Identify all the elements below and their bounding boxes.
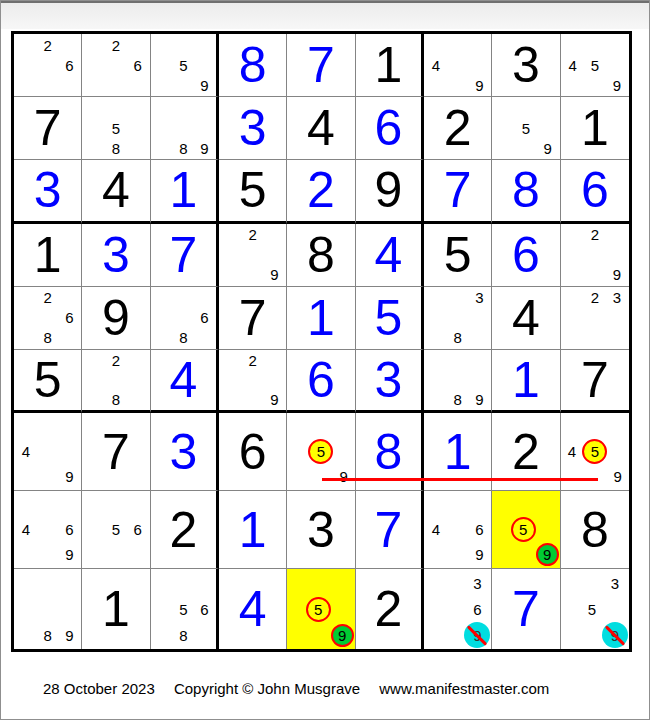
cell-r8c4[interactable]: 1 — [219, 491, 287, 569]
pencil-slot: 2 — [242, 225, 264, 245]
pencil-slot — [15, 542, 37, 567]
pencil-slot — [582, 464, 607, 489]
pencil-slot — [445, 570, 465, 596]
cell-r1c7[interactable]: 49 — [424, 34, 492, 97]
candidate-elim-cyan[interactable]: 9 — [602, 622, 628, 648]
cell-r3c9[interactable]: 6 — [561, 160, 629, 223]
pencil-slot — [562, 265, 584, 285]
candidate[interactable]: 5 — [179, 602, 187, 617]
candidate[interactable]: 4 — [22, 522, 30, 537]
pencil-slot — [15, 492, 37, 517]
pencil-slot — [447, 35, 469, 55]
candidate[interactable]: 2 — [248, 227, 256, 242]
pencil-slot — [308, 464, 333, 489]
pencil-slot — [447, 308, 469, 328]
pencil-slot — [152, 75, 173, 95]
pencil-slot — [105, 492, 127, 517]
pencil-slot: 4 — [15, 517, 37, 542]
cell-r2c9[interactable]: 1 — [561, 97, 629, 160]
cell-r2c3[interactable]: 89 — [151, 97, 219, 160]
cell-r4c2[interactable]: 3 — [82, 224, 150, 287]
candidate[interactable]: 8 — [43, 330, 51, 345]
pencil-slot — [264, 370, 286, 389]
pencil-slot: 9 — [464, 622, 490, 648]
cell-r1c2[interactable]: 26 — [82, 34, 150, 97]
cell-r8c3[interactable]: 2 — [151, 491, 219, 569]
cell-r4c3[interactable]: 7 — [151, 224, 219, 287]
given-digit: 1 — [374, 40, 402, 90]
pencil-slot: 8 — [105, 138, 127, 158]
cell-r4c6[interactable]: 4 — [356, 224, 424, 287]
candidate[interactable]: 8 — [112, 392, 120, 407]
solved-digit: 3 — [169, 427, 197, 477]
pencil-slot — [15, 35, 37, 55]
cell-r6c8[interactable]: 1 — [492, 350, 560, 413]
given-digit: 8 — [307, 230, 335, 280]
pencil-slot — [37, 517, 59, 542]
cell-r9c4[interactable]: 4 — [219, 569, 287, 649]
pencil-slot: 5 — [105, 118, 127, 138]
pencil-slot — [447, 288, 469, 308]
candidate[interactable]: 3 — [613, 290, 621, 305]
pencil-slot — [469, 55, 491, 75]
candidate[interactable]: 8 — [179, 628, 187, 643]
cell-r9c6[interactable]: 2 — [356, 569, 424, 649]
cell-r2c6[interactable]: 6 — [356, 97, 424, 160]
cell-r3c5[interactable]: 2 — [287, 160, 355, 223]
pencil-slot — [469, 308, 491, 328]
solved-digit: 7 — [512, 584, 540, 634]
pencil-slot — [425, 492, 447, 517]
candidate-circle-green[interactable]: 9 — [331, 624, 354, 647]
pencil-slot — [59, 492, 81, 517]
pencil-slot — [447, 55, 469, 75]
solved-digit: 8 — [239, 40, 267, 90]
pencil-slot — [606, 35, 628, 55]
pencil-slot: 2 — [105, 351, 127, 370]
pencil-slot: 3 — [602, 570, 628, 596]
pencil-slot — [105, 75, 127, 95]
cell-r4c8[interactable]: 6 — [492, 224, 560, 287]
pencil-slot — [37, 570, 59, 596]
cell-r2c5[interactable]: 4 — [287, 97, 355, 160]
candidate[interactable]: 8 — [43, 628, 51, 643]
pencil-slot — [173, 75, 194, 95]
candidate[interactable]: 9 — [270, 392, 278, 407]
candidate[interactable]: 6 — [200, 602, 208, 617]
candidate[interactable]: 4 — [22, 444, 30, 459]
pencil-slot — [127, 138, 149, 158]
candidate[interactable]: 3 — [473, 576, 481, 591]
pencil-slot: 8 — [37, 622, 59, 648]
pencil-slot — [537, 118, 559, 138]
cell-r1c6[interactable]: 1 — [356, 34, 424, 97]
candidate[interactable]: 4 — [432, 522, 440, 537]
candidate[interactable]: 3 — [611, 576, 619, 591]
cell-r2c8[interactable]: 59 — [492, 97, 560, 160]
candidate[interactable]: 6 — [200, 310, 208, 325]
pencil-slot — [562, 75, 584, 95]
candidate[interactable]: 2 — [112, 38, 120, 53]
pencil-slot — [582, 622, 602, 648]
solved-digit: 7 — [307, 40, 335, 90]
cell-r1c9[interactable]: 459 — [561, 34, 629, 97]
candidate[interactable]: 4 — [432, 58, 440, 73]
pencil-slot — [37, 439, 59, 464]
candidate[interactable]: 9 — [544, 141, 552, 156]
cell-r5c8[interactable]: 4 — [492, 287, 560, 350]
candidate[interactable]: 8 — [179, 330, 187, 345]
cell-r9c7[interactable]: 369 — [424, 569, 492, 649]
pencil-slot — [127, 118, 149, 138]
pencil-slot — [15, 622, 37, 648]
cell-r5c2[interactable]: 9 — [82, 287, 150, 350]
given-digit: 5 — [239, 165, 267, 215]
given-digit: 7 — [239, 293, 267, 343]
cell-r2c1[interactable]: 7 — [14, 97, 82, 160]
pencil-slot: 2 — [584, 225, 606, 245]
pencil-slot — [242, 245, 264, 265]
candidate[interactable]: 8 — [179, 141, 187, 156]
pencil-slot: 2 — [37, 35, 59, 55]
solved-digit: 6 — [374, 103, 402, 153]
cell-r8c2[interactable]: 56 — [82, 491, 150, 569]
pencil-slot — [242, 370, 264, 389]
cell-r5c7[interactable]: 38 — [424, 287, 492, 350]
cell-r6c5[interactable]: 6 — [287, 350, 355, 413]
cell-r8c6[interactable]: 7 — [356, 491, 424, 569]
candidate[interactable]: 9 — [475, 78, 483, 93]
pencil-slot — [469, 492, 491, 517]
cell-r4c4[interactable]: 29 — [219, 224, 287, 287]
cell-r2c7[interactable]: 2 — [424, 97, 492, 160]
pencil-slot: 6 — [469, 517, 491, 542]
pencil-slot — [493, 492, 510, 517]
pencil-slot: 9 — [264, 265, 286, 285]
pencil-slot — [194, 622, 215, 648]
cell-r2c4[interactable]: 3 — [219, 97, 287, 160]
candidate[interactable]: 5 — [591, 58, 599, 73]
cell-r4c5[interactable]: 8 — [287, 224, 355, 287]
candidate-circle-yellow[interactable]: 5 — [308, 439, 333, 464]
cell-r8c1[interactable]: 469 — [14, 491, 82, 569]
given-digit: 5 — [34, 355, 62, 405]
candidate[interactable]: 9 — [65, 628, 73, 643]
candidate-circle-red[interactable]: 5 — [511, 517, 536, 542]
candidate[interactable]: 2 — [43, 290, 51, 305]
pencil-slot — [152, 328, 173, 348]
candidate[interactable]: 6 — [65, 522, 73, 537]
pencil-slot — [306, 570, 331, 596]
candidate[interactable]: 9 — [65, 547, 73, 562]
cell-r7c1[interactable]: 49 — [14, 413, 82, 491]
given-digit: 9 — [102, 293, 130, 343]
pencil-slot: 5 — [173, 596, 194, 622]
pencil-slot: 2 — [37, 288, 59, 308]
candidate-circle-yellow[interactable]: 5 — [582, 439, 607, 464]
pencil-slot — [37, 492, 59, 517]
candidate[interactable]: 9 — [200, 141, 208, 156]
pencil-slot — [606, 308, 628, 328]
solved-digit: 3 — [239, 103, 267, 153]
cell-r8c7[interactable]: 469 — [424, 491, 492, 569]
pencil-slot — [127, 351, 149, 370]
pencil-slot — [127, 35, 149, 55]
cell-r1c3[interactable]: 59 — [151, 34, 219, 97]
candidate[interactable]: 5 — [112, 522, 120, 537]
pencil-slot: 9 — [264, 390, 286, 409]
pencil-slot: 8 — [173, 328, 194, 348]
candidate[interactable]: 6 — [134, 58, 142, 73]
cell-r3c7[interactable]: 7 — [424, 160, 492, 223]
solved-digit: 6 — [581, 165, 609, 215]
given-digit: 2 — [512, 427, 540, 477]
solved-digit: 3 — [374, 355, 402, 405]
pencil-slot — [37, 596, 59, 622]
solved-digit: 7 — [374, 505, 402, 555]
candidate[interactable]: 2 — [112, 353, 120, 368]
pencil-slot — [83, 517, 105, 542]
candidate[interactable]: 8 — [112, 141, 120, 156]
candidate[interactable]: 2 — [591, 290, 599, 305]
footer-copyright: Copyright © John Musgrave — [174, 680, 360, 697]
pencil-slot — [83, 542, 105, 567]
window-top-bar — [1, 1, 649, 29]
pencil-slot — [288, 596, 305, 622]
pencil-slot: 9 — [59, 464, 81, 489]
pencil-slot — [447, 370, 469, 389]
cell-r3c2[interactable]: 4 — [82, 160, 150, 223]
candidate[interactable]: 9 — [613, 78, 621, 93]
pencil-slot — [127, 98, 149, 118]
pencil-slot — [584, 308, 606, 328]
cell-r8c5[interactable]: 3 — [287, 491, 355, 569]
pencil-slot — [536, 492, 559, 517]
candidate[interactable]: 9 — [475, 547, 483, 562]
pencil-slot — [288, 464, 308, 489]
pencil-slot: 6 — [127, 55, 149, 75]
pencil-slot — [83, 35, 105, 55]
given-digit: 8 — [581, 505, 609, 555]
cell-r2c2[interactable]: 58 — [82, 97, 150, 160]
cell-r4c9[interactable]: 29 — [561, 224, 629, 287]
pencil-slot: 6 — [59, 55, 81, 75]
candidate[interactable]: 9 — [65, 469, 73, 484]
pencil-slot — [105, 542, 127, 567]
candidate[interactable]: 9 — [270, 267, 278, 282]
candidate[interactable]: 2 — [248, 353, 256, 368]
pencil-slot — [173, 570, 194, 596]
cell-r6c9[interactable]: 7 — [561, 350, 629, 413]
pencil-slot — [333, 414, 353, 439]
candidate[interactable]: 8 — [453, 330, 461, 345]
pencil-slot — [425, 35, 447, 55]
footer: 28 October 2023 Copyright © John Musgrav… — [43, 680, 564, 697]
pencil-slot — [152, 35, 173, 55]
cell-r9c1[interactable]: 89 — [14, 569, 82, 649]
cell-r9c5[interactable]: 59 — [287, 569, 355, 649]
pencil-slot — [511, 542, 536, 567]
pencil-slot: 4 — [562, 55, 584, 75]
cell-r9c9[interactable]: 359 — [561, 569, 629, 649]
cell-r4c1[interactable]: 1 — [14, 224, 82, 287]
cell-r6c6[interactable]: 3 — [356, 350, 424, 413]
cell-r6c2[interactable]: 28 — [82, 350, 150, 413]
pencil-slot — [562, 35, 584, 55]
cell-r9c8[interactable]: 7 — [492, 569, 560, 649]
pencil-slot: 5 — [105, 517, 127, 542]
pencil-slot — [83, 118, 105, 138]
pencil-slot — [127, 492, 149, 517]
pencil-slot — [562, 288, 584, 308]
pencil-slot — [152, 308, 173, 328]
pencil-slot — [562, 596, 582, 622]
cell-r1c8[interactable]: 3 — [492, 34, 560, 97]
sudoku-grid[interactable]: 2626598714934597588934625913415297861372… — [11, 31, 632, 652]
pencil-slot — [194, 118, 215, 138]
pencil-slot — [15, 328, 37, 348]
cell-r3c6[interactable]: 9 — [356, 160, 424, 223]
candidate[interactable]: 6 — [134, 522, 142, 537]
pencil-slot — [152, 288, 173, 308]
candidate[interactable]: 9 — [200, 78, 208, 93]
cell-r1c5[interactable]: 7 — [287, 34, 355, 97]
cell-r5c9[interactable]: 23 — [561, 287, 629, 350]
candidate[interactable]: 6 — [65, 58, 73, 73]
given-digit: 1 — [581, 103, 609, 153]
pencil-slot — [15, 596, 37, 622]
candidate[interactable]: 9 — [339, 469, 347, 484]
solved-digit: 1 — [169, 165, 197, 215]
footer-website: www.manifestmaster.com — [379, 680, 549, 697]
pencil-slot — [445, 596, 465, 622]
cell-r7c2[interactable]: 7 — [82, 413, 150, 491]
pencil-slot — [606, 328, 628, 348]
pencil-slot — [15, 414, 37, 439]
pencil-slot — [288, 622, 305, 648]
solved-digit: 8 — [512, 165, 540, 215]
pencil-slot — [562, 225, 584, 245]
pencil-slot: 5 — [306, 596, 331, 622]
candidate[interactable]: 2 — [591, 227, 599, 242]
pencil-slot — [264, 351, 286, 370]
candidate[interactable]: 4 — [569, 58, 577, 73]
cell-r1c4[interactable]: 8 — [219, 34, 287, 97]
candidate[interactable]: 5 — [179, 58, 187, 73]
pencil-slot: 3 — [606, 288, 628, 308]
pencil-slot: 9 — [607, 464, 628, 489]
pencil-slot — [447, 351, 469, 370]
candidate-elim-cyan[interactable]: 9 — [464, 622, 490, 648]
pencil-slot — [515, 138, 537, 158]
cell-r9c2[interactable]: 1 — [82, 569, 150, 649]
pencil-slot — [105, 55, 127, 75]
pencil-slot — [425, 370, 447, 389]
pencil-slot — [562, 464, 583, 489]
pencil-slot: 9 — [606, 265, 628, 285]
pencil-slot — [288, 570, 305, 596]
cell-r8c8[interactable]: 59 — [492, 491, 560, 569]
cell-r8c9[interactable]: 8 — [561, 491, 629, 569]
pencil-slot — [288, 439, 308, 464]
cell-r5c4[interactable]: 7 — [219, 287, 287, 350]
pencil-slot: 8 — [447, 328, 469, 348]
given-digit: 5 — [444, 230, 472, 280]
cell-r6c1[interactable]: 5 — [14, 350, 82, 413]
pencil-slot: 5 — [582, 439, 607, 464]
cell-r5c5[interactable]: 1 — [287, 287, 355, 350]
pencil-slot: 2 — [584, 288, 606, 308]
given-digit: 4 — [102, 165, 130, 215]
pencil-slot — [15, 75, 37, 95]
pencil-slot — [447, 492, 469, 517]
pencil-slot — [15, 570, 37, 596]
candidate[interactable]: 9 — [613, 267, 621, 282]
cell-r6c7[interactable]: 89 — [424, 350, 492, 413]
pencil-slot — [493, 542, 510, 567]
candidate[interactable]: 2 — [43, 38, 51, 53]
candidate[interactable]: 9 — [475, 392, 483, 407]
candidate-circle-green[interactable]: 9 — [536, 543, 559, 566]
pencil-slot: 9 — [469, 390, 491, 409]
candidate[interactable]: 9 — [613, 469, 621, 484]
pencil-slot: 8 — [173, 622, 194, 648]
pencil-slot — [152, 138, 173, 158]
solved-digit: 4 — [169, 355, 197, 405]
cell-r6c4[interactable]: 29 — [219, 350, 287, 413]
candidate[interactable]: 5 — [588, 602, 596, 617]
cell-r6c3[interactable]: 4 — [151, 350, 219, 413]
cell-r7c4[interactable]: 6 — [219, 413, 287, 491]
given-digit: 7 — [581, 355, 609, 405]
candidate[interactable]: 6 — [65, 310, 73, 325]
cell-r3c3[interactable]: 1 — [151, 160, 219, 223]
cell-r1c1[interactable]: 26 — [14, 34, 82, 97]
candidate[interactable]: 4 — [568, 444, 576, 459]
candidate[interactable]: 6 — [475, 522, 483, 537]
cell-r5c1[interactable]: 268 — [14, 287, 82, 350]
given-digit: 1 — [102, 584, 130, 634]
pencil-slot — [15, 55, 37, 75]
candidate[interactable]: 8 — [453, 392, 461, 407]
cell-r5c6[interactable]: 5 — [356, 287, 424, 350]
candidate[interactable]: 3 — [475, 290, 483, 305]
cell-r3c4[interactable]: 5 — [219, 160, 287, 223]
pencil-slot — [194, 328, 215, 348]
solved-digit: 1 — [512, 355, 540, 405]
candidate-circle-red[interactable]: 5 — [306, 597, 331, 622]
pencil-slot: 8 — [105, 390, 127, 409]
candidate[interactable]: 5 — [522, 121, 530, 136]
pencil-slot — [83, 75, 105, 95]
cell-r9c3[interactable]: 568 — [151, 569, 219, 649]
cell-r3c8[interactable]: 8 — [492, 160, 560, 223]
pencil-slot — [37, 308, 59, 328]
pencil-slot: 9 — [536, 542, 559, 567]
cell-r5c3[interactable]: 68 — [151, 287, 219, 350]
pencil-slot — [194, 35, 215, 55]
pencil-slot — [469, 370, 491, 389]
candidate[interactable]: 6 — [473, 602, 481, 617]
pencil-slot — [425, 622, 445, 648]
candidate[interactable]: 5 — [112, 121, 120, 136]
solved-digit: 1 — [444, 427, 472, 477]
pencil-slot — [606, 55, 628, 75]
cell-r7c3[interactable]: 3 — [151, 413, 219, 491]
cell-r3c1[interactable]: 3 — [14, 160, 82, 223]
pencil-slot — [37, 75, 59, 95]
cell-r4c7[interactable]: 5 — [424, 224, 492, 287]
